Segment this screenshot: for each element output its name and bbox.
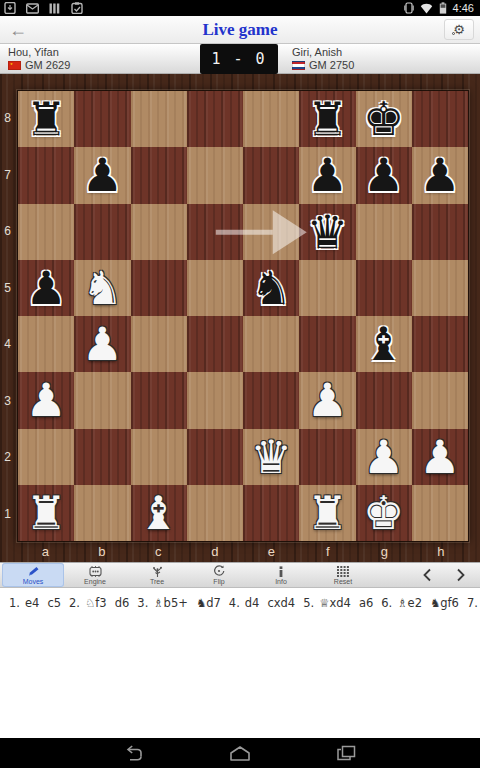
square-f1[interactable]: ♜ xyxy=(299,485,355,541)
white-rook: ♜ xyxy=(26,490,67,536)
china-flag-icon xyxy=(8,61,21,70)
square-b3[interactable] xyxy=(74,372,130,428)
square-c4[interactable] xyxy=(131,316,187,372)
move-token[interactable]: e4 xyxy=(25,596,39,610)
black-knight: ♞ xyxy=(251,265,292,311)
file-label-h: h xyxy=(413,544,470,559)
move-token[interactable]: ♘f3 xyxy=(85,596,107,610)
square-e2[interactable]: ♛ xyxy=(243,429,299,485)
black-pawn: ♟ xyxy=(363,152,404,198)
square-b1[interactable] xyxy=(74,485,130,541)
black-pawn: ♟ xyxy=(307,152,348,198)
square-a6[interactable] xyxy=(18,204,74,260)
square-c6[interactable] xyxy=(131,204,187,260)
clipboard-icon xyxy=(71,2,83,14)
square-c1[interactable]: ♝ xyxy=(131,485,187,541)
chevron-right-icon xyxy=(456,568,466,582)
square-b5[interactable]: ♞ xyxy=(74,260,130,316)
page-title: Live game xyxy=(0,20,480,40)
chess-board-area: 87654321 ♜♜♚♟♟♟♟♛♟♞♞♟♝♟♟♛♟♟♜♝♜♚ abcdefgh xyxy=(0,74,480,562)
battery-icon xyxy=(439,2,447,14)
black-rook: ♜ xyxy=(26,96,67,142)
white-pawn: ♟ xyxy=(307,377,348,423)
back-icon xyxy=(124,745,144,761)
black-pawn: ♟ xyxy=(82,152,123,198)
square-g2[interactable]: ♟ xyxy=(356,429,412,485)
square-h4[interactable] xyxy=(412,316,468,372)
square-a7[interactable] xyxy=(18,147,74,203)
square-f4[interactable] xyxy=(299,316,355,372)
stack-icon xyxy=(49,3,61,14)
move-number: 6. xyxy=(381,596,392,610)
white-pawn: ♟ xyxy=(26,377,67,423)
square-h3[interactable] xyxy=(412,372,468,428)
square-g7[interactable]: ♟ xyxy=(356,147,412,203)
white-player-name: Hou, Yifan xyxy=(8,46,70,59)
square-b6[interactable] xyxy=(74,204,130,260)
square-e5[interactable]: ♞ xyxy=(243,260,299,316)
square-e4[interactable] xyxy=(243,316,299,372)
move-token[interactable]: a6 xyxy=(359,596,373,610)
square-c7[interactable] xyxy=(131,147,187,203)
square-g1[interactable]: ♚ xyxy=(356,485,412,541)
move-token[interactable]: ♞d7 xyxy=(196,596,221,610)
white-knight: ♞ xyxy=(82,265,123,311)
square-g8[interactable]: ♚ xyxy=(356,91,412,147)
rank-labels: 87654321 xyxy=(0,90,17,542)
black-pawn: ♟ xyxy=(26,265,67,311)
rank-label-4: 4 xyxy=(0,337,15,351)
square-a4[interactable] xyxy=(18,316,74,372)
move-token[interactable]: ♗e2 xyxy=(397,596,422,610)
move-token[interactable]: cxd4 xyxy=(267,596,295,610)
tab-tree[interactable]: Tree xyxy=(126,563,188,587)
vibrate-icon xyxy=(404,2,414,14)
tab-info[interactable]: Info xyxy=(250,563,312,587)
tab-flip[interactable]: Flip xyxy=(188,563,250,587)
gear-icon: ⚙ xyxy=(453,22,465,37)
move-number: 1. xyxy=(9,596,20,610)
white-rook: ♜ xyxy=(307,490,348,536)
flip-icon xyxy=(213,565,225,577)
title-bar: ← Live game ⚙ xyxy=(0,16,480,44)
square-h1[interactable] xyxy=(412,485,468,541)
move-token[interactable]: ♕xd4 xyxy=(319,596,351,610)
square-c3[interactable] xyxy=(131,372,187,428)
mail-icon xyxy=(26,3,39,14)
square-a1[interactable]: ♜ xyxy=(18,485,74,541)
next-move-button[interactable] xyxy=(444,563,478,587)
square-c5[interactable] xyxy=(131,260,187,316)
square-d2[interactable] xyxy=(187,429,243,485)
square-b7[interactable]: ♟ xyxy=(74,147,130,203)
white-pawn: ♟ xyxy=(363,434,404,480)
nav-recents-button[interactable] xyxy=(326,741,366,765)
black-pawn: ♟ xyxy=(419,152,460,198)
grid-icon xyxy=(337,566,349,577)
black-player-name: Giri, Anish xyxy=(292,46,354,59)
square-h2[interactable]: ♟ xyxy=(412,429,468,485)
square-b2[interactable] xyxy=(74,429,130,485)
rank-label-5: 5 xyxy=(0,281,15,295)
white-pawn: ♟ xyxy=(419,434,460,480)
white-player-rating: GM 2629 xyxy=(25,59,70,72)
android-status-bar: 4:46 xyxy=(0,0,480,16)
move-token[interactable]: ♗b5+ xyxy=(153,596,188,610)
home-icon xyxy=(229,745,251,761)
square-b8[interactable] xyxy=(74,91,130,147)
square-h5[interactable] xyxy=(412,260,468,316)
rank-label-8: 8 xyxy=(0,111,15,125)
square-c8[interactable] xyxy=(131,91,187,147)
file-label-a: a xyxy=(17,544,74,559)
move-number: 5. xyxy=(303,596,314,610)
move-token[interactable]: c5 xyxy=(47,596,61,610)
black-king: ♚ xyxy=(363,96,404,142)
square-d6[interactable] xyxy=(187,204,243,260)
chess-board: ♜♜♚♟♟♟♟♛♟♞♞♟♝♟♟♛♟♟♜♝♜♚ xyxy=(17,90,469,542)
square-e3[interactable] xyxy=(243,372,299,428)
gear-dot xyxy=(452,32,455,35)
clock-time: 4:46 xyxy=(453,2,476,14)
move-number: 4. xyxy=(229,596,240,610)
square-a5[interactable]: ♟ xyxy=(18,260,74,316)
black-rook: ♜ xyxy=(307,96,348,142)
square-h6[interactable] xyxy=(412,204,468,260)
nav-back-button[interactable] xyxy=(114,741,154,765)
file-label-e: e xyxy=(243,544,300,559)
square-g5[interactable] xyxy=(356,260,412,316)
black-player-rating: GM 2750 xyxy=(309,59,354,72)
tab-engine[interactable]: Engine xyxy=(64,563,126,587)
cpu-icon xyxy=(88,566,103,577)
white-player: Hou, Yifan GM 2629 xyxy=(0,44,78,73)
square-f7[interactable]: ♟ xyxy=(299,147,355,203)
square-a3[interactable]: ♟ xyxy=(18,372,74,428)
square-e6[interactable] xyxy=(243,204,299,260)
info-icon xyxy=(278,566,284,577)
players-bar: Hou, Yifan GM 2629 1 - 0 Giri, Anish GM … xyxy=(0,44,480,74)
square-d7[interactable] xyxy=(187,147,243,203)
file-labels: abcdefgh xyxy=(17,544,469,562)
move-token[interactable]: d6 xyxy=(115,596,130,610)
square-g3[interactable] xyxy=(356,372,412,428)
square-c2[interactable] xyxy=(131,429,187,485)
recents-icon xyxy=(336,745,356,761)
square-d5[interactable] xyxy=(187,260,243,316)
file-label-b: b xyxy=(74,544,131,559)
tab-moves[interactable]: Moves xyxy=(2,563,64,587)
white-bishop: ♝ xyxy=(138,490,179,536)
square-d1[interactable] xyxy=(187,485,243,541)
tree-icon xyxy=(151,566,164,577)
black-queen: ♛ xyxy=(307,209,348,255)
black-bishop: ♝ xyxy=(363,321,404,367)
move-list: 1.e4c52.♘f3d63.♗b5+♞d74.d4cxd45.♕xd4a66.… xyxy=(0,588,480,738)
tab-reset[interactable]: Reset xyxy=(312,563,374,587)
rank-label-3: 3 xyxy=(0,394,15,408)
white-queen: ♛ xyxy=(251,434,292,480)
rank-label-6: 6 xyxy=(0,224,15,238)
square-f5[interactable] xyxy=(299,260,355,316)
move-number: 3. xyxy=(137,596,148,610)
square-e8[interactable] xyxy=(243,91,299,147)
nav-home-button[interactable] xyxy=(220,741,260,765)
black-player: Giri, Anish GM 2750 xyxy=(284,44,362,74)
score-text: 1 - 0 xyxy=(211,50,266,68)
move-token[interactable]: ♞gf6 xyxy=(430,596,459,610)
move-token[interactable]: d4 xyxy=(245,596,260,610)
square-d8[interactable] xyxy=(187,91,243,147)
wifi-icon xyxy=(420,3,433,14)
square-f2[interactable] xyxy=(299,429,355,485)
rank-label-7: 7 xyxy=(0,168,15,182)
file-label-c: c xyxy=(130,544,187,559)
square-f8[interactable]: ♜ xyxy=(299,91,355,147)
square-f6[interactable]: ♛ xyxy=(299,204,355,260)
file-label-g: g xyxy=(356,544,413,559)
file-label-d: d xyxy=(187,544,244,559)
previous-move-button[interactable] xyxy=(410,563,444,587)
score-box: 1 - 0 xyxy=(200,44,278,74)
rank-label-2: 2 xyxy=(0,450,15,464)
android-nav-bar xyxy=(0,738,480,768)
download-icon xyxy=(4,2,16,14)
square-d3[interactable] xyxy=(187,372,243,428)
white-pawn: ♟ xyxy=(82,321,123,367)
square-d4[interactable] xyxy=(187,316,243,372)
chevron-left-icon xyxy=(422,568,432,582)
pencil-icon xyxy=(27,566,40,577)
square-g6[interactable] xyxy=(356,204,412,260)
netherlands-flag-icon xyxy=(292,61,305,70)
white-king: ♚ xyxy=(363,490,404,536)
move-number: 2. xyxy=(69,596,80,610)
square-h7[interactable]: ♟ xyxy=(412,147,468,203)
square-e1[interactable] xyxy=(243,485,299,541)
settings-button[interactable]: ⚙ xyxy=(444,19,474,40)
square-a2[interactable] xyxy=(18,429,74,485)
game-toolbar: Moves Engine Tree Flip Info Reset xyxy=(0,562,480,588)
square-e7[interactable] xyxy=(243,147,299,203)
square-g4[interactable]: ♝ xyxy=(356,316,412,372)
rank-label-1: 1 xyxy=(0,507,15,521)
square-f3[interactable]: ♟ xyxy=(299,372,355,428)
square-b4[interactable]: ♟ xyxy=(74,316,130,372)
file-label-f: f xyxy=(300,544,357,559)
move-number: 7. xyxy=(467,596,478,610)
square-a8[interactable]: ♜ xyxy=(18,91,74,147)
square-h8[interactable] xyxy=(412,91,468,147)
